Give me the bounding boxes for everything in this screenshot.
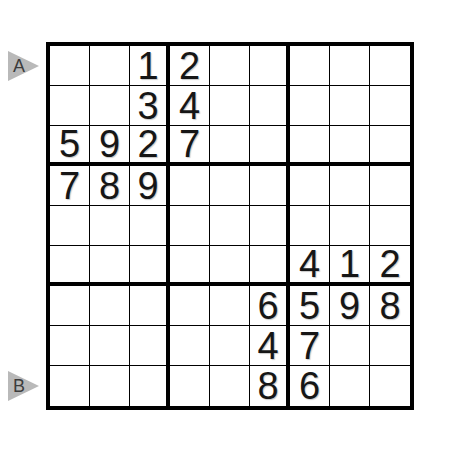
- cell-r4c2[interactable]: 8: [90, 166, 130, 206]
- cell-r8c2[interactable]: [90, 326, 130, 366]
- cell-r1c9[interactable]: [370, 46, 410, 86]
- cell-r2c8[interactable]: [330, 86, 370, 126]
- cell-r3c8[interactable]: [330, 126, 370, 166]
- cell-r7c7[interactable]: 5: [290, 286, 330, 326]
- cell-r8c9[interactable]: [370, 326, 410, 366]
- cell-r3c1[interactable]: 5: [50, 126, 90, 166]
- row-marker-b: B: [8, 371, 39, 401]
- cell-r8c5[interactable]: [210, 326, 250, 366]
- cell-r6c2[interactable]: [90, 246, 130, 286]
- cell-r3c4[interactable]: 7: [170, 126, 210, 166]
- cell-r1c4[interactable]: 2: [170, 46, 210, 86]
- cell-r9c9[interactable]: [370, 366, 410, 406]
- marker-b-label: B: [13, 377, 25, 395]
- cell-r2c6[interactable]: [250, 86, 290, 126]
- cell-r3c7[interactable]: [290, 126, 330, 166]
- cell-r6c5[interactable]: [210, 246, 250, 286]
- cell-r6c1[interactable]: [50, 246, 90, 286]
- sudoku-page: A B 1234592778941265984786: [0, 0, 463, 462]
- cell-r8c6[interactable]: 4: [250, 326, 290, 366]
- cell-r5c3[interactable]: [130, 206, 170, 246]
- cell-r9c1[interactable]: [50, 366, 90, 406]
- cell-r5c1[interactable]: [50, 206, 90, 246]
- cell-r9c4[interactable]: [170, 366, 210, 406]
- cell-r1c2[interactable]: [90, 46, 130, 86]
- cell-r9c8[interactable]: [330, 366, 370, 406]
- cell-r6c9[interactable]: 2: [370, 246, 410, 286]
- cell-r6c6[interactable]: [250, 246, 290, 286]
- cell-r5c2[interactable]: [90, 206, 130, 246]
- row-marker-a: A: [8, 51, 39, 81]
- sudoku-board: 1234592778941265984786: [46, 42, 414, 410]
- cell-r2c2[interactable]: [90, 86, 130, 126]
- cell-r4c9[interactable]: [370, 166, 410, 206]
- cell-r4c4[interactable]: [170, 166, 210, 206]
- cell-r3c5[interactable]: [210, 126, 250, 166]
- cell-r9c3[interactable]: [130, 366, 170, 406]
- cell-r6c8[interactable]: 1: [330, 246, 370, 286]
- cell-r8c4[interactable]: [170, 326, 210, 366]
- cell-r5c8[interactable]: [330, 206, 370, 246]
- cell-r4c3[interactable]: 9: [130, 166, 170, 206]
- cell-r7c8[interactable]: 9: [330, 286, 370, 326]
- cell-r9c5[interactable]: [210, 366, 250, 406]
- cell-r4c8[interactable]: [330, 166, 370, 206]
- cell-r5c7[interactable]: [290, 206, 330, 246]
- cell-r1c8[interactable]: [330, 46, 370, 86]
- cell-r5c5[interactable]: [210, 206, 250, 246]
- cell-r3c2[interactable]: 9: [90, 126, 130, 166]
- cell-r6c7[interactable]: 4: [290, 246, 330, 286]
- cell-r7c5[interactable]: [210, 286, 250, 326]
- cell-r2c1[interactable]: [50, 86, 90, 126]
- cell-r2c4[interactable]: 4: [170, 86, 210, 126]
- marker-a-label: A: [13, 57, 25, 75]
- cell-r5c4[interactable]: [170, 206, 210, 246]
- cell-r1c3[interactable]: 1: [130, 46, 170, 86]
- cell-r7c2[interactable]: [90, 286, 130, 326]
- cell-r7c9[interactable]: 8: [370, 286, 410, 326]
- cell-r6c4[interactable]: [170, 246, 210, 286]
- cell-r8c8[interactable]: [330, 326, 370, 366]
- cell-r1c5[interactable]: [210, 46, 250, 86]
- cell-r5c9[interactable]: [370, 206, 410, 246]
- cell-r2c7[interactable]: [290, 86, 330, 126]
- cell-r7c6[interactable]: 6: [250, 286, 290, 326]
- cell-r7c1[interactable]: [50, 286, 90, 326]
- cell-r3c9[interactable]: [370, 126, 410, 166]
- cell-r3c3[interactable]: 2: [130, 126, 170, 166]
- cell-r8c1[interactable]: [50, 326, 90, 366]
- cell-r9c2[interactable]: [90, 366, 130, 406]
- cell-r1c6[interactable]: [250, 46, 290, 86]
- cell-r2c5[interactable]: [210, 86, 250, 126]
- cell-r9c6[interactable]: 8: [250, 366, 290, 406]
- cell-r6c3[interactable]: [130, 246, 170, 286]
- cell-r4c5[interactable]: [210, 166, 250, 206]
- cell-r7c4[interactable]: [170, 286, 210, 326]
- cell-r2c3[interactable]: 3: [130, 86, 170, 126]
- cell-r4c7[interactable]: [290, 166, 330, 206]
- cell-r8c7[interactable]: 7: [290, 326, 330, 366]
- cell-r3c6[interactable]: [250, 126, 290, 166]
- cell-r8c3[interactable]: [130, 326, 170, 366]
- cell-r9c7[interactable]: 6: [290, 366, 330, 406]
- cell-r4c1[interactable]: 7: [50, 166, 90, 206]
- cell-r1c1[interactable]: [50, 46, 90, 86]
- cell-r5c6[interactable]: [250, 206, 290, 246]
- cell-r4c6[interactable]: [250, 166, 290, 206]
- cell-r1c7[interactable]: [290, 46, 330, 86]
- cell-r2c9[interactable]: [370, 86, 410, 126]
- cell-r7c3[interactable]: [130, 286, 170, 326]
